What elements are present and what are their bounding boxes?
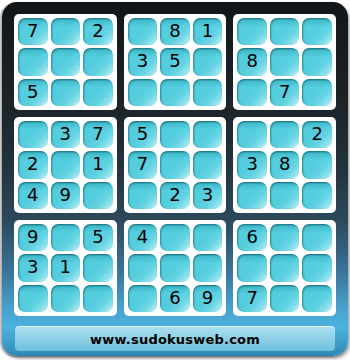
- cell-r7c7[interactable]: 6: [237, 224, 267, 251]
- cell-r7c4[interactable]: 4: [128, 224, 158, 251]
- cell-r3c2[interactable]: [51, 79, 81, 106]
- cell-r4c8[interactable]: [270, 121, 300, 148]
- cell-r2c5[interactable]: 5: [160, 48, 190, 75]
- box-1-3: 87: [233, 14, 336, 110]
- cell-r6c3[interactable]: [83, 182, 113, 209]
- cell-r3c7[interactable]: [237, 79, 267, 106]
- cell-r2c1[interactable]: [18, 48, 48, 75]
- cell-r2c9[interactable]: [302, 48, 332, 75]
- box-1-2: 8135: [124, 14, 227, 110]
- cell-r3c8[interactable]: 7: [270, 79, 300, 106]
- box-2-1: 372149: [14, 117, 117, 213]
- cell-r8c3[interactable]: [83, 254, 113, 281]
- cell-r1c1[interactable]: 7: [18, 18, 48, 45]
- cell-r7c5[interactable]: [160, 224, 190, 251]
- cell-r7c6[interactable]: [193, 224, 223, 251]
- cell-r4c5[interactable]: [160, 121, 190, 148]
- cell-r3c6[interactable]: [193, 79, 223, 106]
- cell-r1c7[interactable]: [237, 18, 267, 45]
- cell-r3c9[interactable]: [302, 79, 332, 106]
- cell-r1c8[interactable]: [270, 18, 300, 45]
- cell-r9c4[interactable]: [128, 285, 158, 312]
- cell-r9c6[interactable]: 9: [193, 285, 223, 312]
- box-3-3: 67: [233, 220, 336, 316]
- website-link[interactable]: www.sudokusweb.com: [90, 332, 260, 347]
- cell-r5c3[interactable]: 1: [83, 151, 113, 178]
- cell-r6c1[interactable]: 4: [18, 182, 48, 209]
- cell-r8c7[interactable]: [237, 254, 267, 281]
- cell-r2c7[interactable]: 8: [237, 48, 267, 75]
- cell-r6c7[interactable]: [237, 182, 267, 209]
- cell-r8c8[interactable]: [270, 254, 300, 281]
- sudoku-grid: 7258135873721495723238953146967: [14, 14, 336, 316]
- cell-r9c5[interactable]: 6: [160, 285, 190, 312]
- cell-r6c4[interactable]: [128, 182, 158, 209]
- cell-r5c9[interactable]: [302, 151, 332, 178]
- cell-r2c4[interactable]: 3: [128, 48, 158, 75]
- cell-r8c9[interactable]: [302, 254, 332, 281]
- cell-r7c1[interactable]: 9: [18, 224, 48, 251]
- cell-r5c7[interactable]: 3: [237, 151, 267, 178]
- cell-r7c2[interactable]: [51, 224, 81, 251]
- cell-r3c4[interactable]: [128, 79, 158, 106]
- cell-r1c9[interactable]: [302, 18, 332, 45]
- cell-r6c5[interactable]: 2: [160, 182, 190, 209]
- cell-r2c2[interactable]: [51, 48, 81, 75]
- footer-bar: www.sudokusweb.com: [15, 326, 335, 351]
- cell-r6c9[interactable]: [302, 182, 332, 209]
- cell-r9c3[interactable]: [83, 285, 113, 312]
- box-1-1: 725: [14, 14, 117, 110]
- cell-r4c3[interactable]: 7: [83, 121, 113, 148]
- cell-r5c8[interactable]: 8: [270, 151, 300, 178]
- box-2-3: 238: [233, 117, 336, 213]
- cell-r8c6[interactable]: [193, 254, 223, 281]
- box-3-1: 9531: [14, 220, 117, 316]
- cell-r4c4[interactable]: 5: [128, 121, 158, 148]
- cell-r3c1[interactable]: 5: [18, 79, 48, 106]
- cell-r5c2[interactable]: [51, 151, 81, 178]
- cell-r1c6[interactable]: 1: [193, 18, 223, 45]
- cell-r5c4[interactable]: 7: [128, 151, 158, 178]
- cell-r4c9[interactable]: 2: [302, 121, 332, 148]
- cell-r9c8[interactable]: [270, 285, 300, 312]
- cell-r8c4[interactable]: [128, 254, 158, 281]
- cell-r4c7[interactable]: [237, 121, 267, 148]
- cell-r9c7[interactable]: 7: [237, 285, 267, 312]
- box-3-2: 469: [124, 220, 227, 316]
- cell-r7c9[interactable]: [302, 224, 332, 251]
- cell-r9c9[interactable]: [302, 285, 332, 312]
- cell-r2c8[interactable]: [270, 48, 300, 75]
- cell-r9c2[interactable]: [51, 285, 81, 312]
- cell-r4c1[interactable]: [18, 121, 48, 148]
- cell-r3c5[interactable]: [160, 79, 190, 106]
- cell-r7c8[interactable]: [270, 224, 300, 251]
- cell-r8c2[interactable]: 1: [51, 254, 81, 281]
- cell-r1c5[interactable]: 8: [160, 18, 190, 45]
- box-2-2: 5723: [124, 117, 227, 213]
- cell-r1c3[interactable]: 2: [83, 18, 113, 45]
- cell-r7c3[interactable]: 5: [83, 224, 113, 251]
- cell-r5c6[interactable]: [193, 151, 223, 178]
- cell-r6c2[interactable]: 9: [51, 182, 81, 209]
- sudoku-board-frame: 7258135873721495723238953146967 www.sudo…: [2, 2, 348, 356]
- cell-r4c6[interactable]: [193, 121, 223, 148]
- cell-r4c2[interactable]: 3: [51, 121, 81, 148]
- cell-r8c1[interactable]: 3: [18, 254, 48, 281]
- cell-r6c8[interactable]: [270, 182, 300, 209]
- cell-r8c5[interactable]: [160, 254, 190, 281]
- cell-r3c3[interactable]: [83, 79, 113, 106]
- cell-r5c5[interactable]: [160, 151, 190, 178]
- cell-r6c6[interactable]: 3: [193, 182, 223, 209]
- cell-r1c4[interactable]: [128, 18, 158, 45]
- cell-r9c1[interactable]: [18, 285, 48, 312]
- cell-r1c2[interactable]: [51, 18, 81, 45]
- sudoku-page: 7258135873721495723238953146967 www.sudo…: [0, 0, 350, 360]
- cell-r2c3[interactable]: [83, 48, 113, 75]
- cell-r5c1[interactable]: 2: [18, 151, 48, 178]
- cell-r2c6[interactable]: [193, 48, 223, 75]
